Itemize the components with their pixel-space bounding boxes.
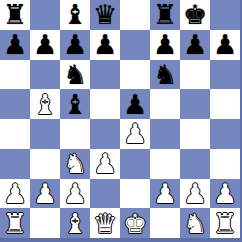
square-c4[interactable] bbox=[60, 119, 90, 149]
square-f8[interactable]: ♜ bbox=[150, 0, 180, 30]
black-pawn[interactable]: ♟ bbox=[183, 31, 207, 58]
square-f2[interactable]: ♟ bbox=[150, 179, 180, 209]
square-g3[interactable] bbox=[180, 149, 210, 179]
black-pawn[interactable]: ♟ bbox=[3, 31, 27, 58]
square-d7[interactable]: ♟ bbox=[90, 30, 120, 60]
square-d3[interactable]: ♟ bbox=[90, 149, 120, 179]
square-h5[interactable] bbox=[210, 89, 240, 119]
square-h4[interactable] bbox=[210, 119, 240, 149]
square-a3[interactable] bbox=[0, 149, 30, 179]
white-rook[interactable]: ♜ bbox=[213, 210, 237, 237]
square-a8[interactable]: ♜ bbox=[0, 0, 30, 30]
square-d6[interactable] bbox=[90, 60, 120, 90]
square-g4[interactable] bbox=[180, 119, 210, 149]
square-e5[interactable]: ♟ bbox=[120, 89, 150, 119]
square-e1[interactable]: ♚ bbox=[120, 208, 150, 238]
square-d5[interactable] bbox=[90, 89, 120, 119]
square-b3[interactable] bbox=[30, 149, 60, 179]
square-e8[interactable] bbox=[120, 0, 150, 30]
square-d2[interactable] bbox=[90, 179, 120, 209]
square-d4[interactable] bbox=[90, 119, 120, 149]
white-pawn[interactable]: ♟ bbox=[183, 180, 207, 207]
square-e6[interactable] bbox=[120, 60, 150, 90]
square-g2[interactable]: ♟ bbox=[180, 179, 210, 209]
white-pawn[interactable]: ♟ bbox=[93, 150, 117, 177]
square-c5[interactable]: ♝ bbox=[60, 89, 90, 119]
square-h2[interactable]: ♟ bbox=[210, 179, 240, 209]
square-e7[interactable] bbox=[120, 30, 150, 60]
square-e2[interactable] bbox=[120, 179, 150, 209]
square-f5[interactable] bbox=[150, 89, 180, 119]
square-c8[interactable]: ♝ bbox=[60, 0, 90, 30]
square-a6[interactable] bbox=[0, 60, 30, 90]
square-f7[interactable]: ♟ bbox=[150, 30, 180, 60]
white-king[interactable]: ♚ bbox=[123, 210, 147, 237]
square-h1[interactable]: ♜ bbox=[210, 208, 240, 238]
square-d8[interactable]: ♛ bbox=[90, 0, 120, 30]
square-f3[interactable] bbox=[150, 149, 180, 179]
square-b6[interactable] bbox=[30, 60, 60, 90]
black-bishop[interactable]: ♝ bbox=[63, 91, 87, 118]
white-pawn[interactable]: ♟ bbox=[123, 120, 147, 147]
square-g5[interactable] bbox=[180, 89, 210, 119]
white-pawn[interactable]: ♟ bbox=[213, 180, 237, 207]
black-pawn[interactable]: ♟ bbox=[213, 31, 237, 58]
black-rook[interactable]: ♜ bbox=[153, 1, 177, 28]
black-king[interactable]: ♚ bbox=[183, 1, 207, 28]
square-c2[interactable]: ♟ bbox=[60, 179, 90, 209]
white-knight[interactable]: ♞ bbox=[63, 150, 87, 177]
square-b8[interactable] bbox=[30, 0, 60, 30]
square-a2[interactable]: ♟ bbox=[0, 179, 30, 209]
square-g1[interactable]: ♞ bbox=[180, 208, 210, 238]
black-knight[interactable]: ♞ bbox=[153, 61, 177, 88]
square-h7[interactable]: ♟ bbox=[210, 30, 240, 60]
black-pawn[interactable]: ♟ bbox=[33, 31, 57, 58]
square-g7[interactable]: ♟ bbox=[180, 30, 210, 60]
white-knight[interactable]: ♞ bbox=[183, 210, 207, 237]
square-c6[interactable]: ♞ bbox=[60, 60, 90, 90]
white-rook[interactable]: ♜ bbox=[3, 210, 27, 237]
square-c7[interactable]: ♟ bbox=[60, 30, 90, 60]
white-pawn[interactable]: ♟ bbox=[153, 180, 177, 207]
black-queen[interactable]: ♛ bbox=[93, 1, 117, 28]
white-queen[interactable]: ♛ bbox=[93, 210, 117, 237]
square-c3[interactable]: ♞ bbox=[60, 149, 90, 179]
square-g8[interactable]: ♚ bbox=[180, 0, 210, 30]
square-h8[interactable] bbox=[210, 0, 240, 30]
white-bishop[interactable]: ♝ bbox=[63, 210, 87, 237]
chess-board-frame: ♜♝♛♜♚♟♟♟♟♟♟♟♞♞♝♝♟♟♞♟♟♟♟♟♟♟♜♝♛♚♞♜ bbox=[0, 0, 242, 242]
square-b5[interactable]: ♝ bbox=[30, 89, 60, 119]
square-f4[interactable] bbox=[150, 119, 180, 149]
chess-board: ♜♝♛♜♚♟♟♟♟♟♟♟♞♞♝♝♟♟♞♟♟♟♟♟♟♟♜♝♛♚♞♜ bbox=[0, 0, 240, 238]
square-f6[interactable]: ♞ bbox=[150, 60, 180, 90]
square-a7[interactable]: ♟ bbox=[0, 30, 30, 60]
square-b4[interactable] bbox=[30, 119, 60, 149]
square-d1[interactable]: ♛ bbox=[90, 208, 120, 238]
square-a4[interactable] bbox=[0, 119, 30, 149]
black-rook[interactable]: ♜ bbox=[3, 1, 27, 28]
square-f1[interactable] bbox=[150, 208, 180, 238]
square-h6[interactable] bbox=[210, 60, 240, 90]
black-pawn[interactable]: ♟ bbox=[63, 31, 87, 58]
white-bishop[interactable]: ♝ bbox=[33, 91, 57, 118]
square-c1[interactable]: ♝ bbox=[60, 208, 90, 238]
square-b1[interactable] bbox=[30, 208, 60, 238]
square-a5[interactable] bbox=[0, 89, 30, 119]
white-pawn[interactable]: ♟ bbox=[3, 180, 27, 207]
black-bishop[interactable]: ♝ bbox=[63, 1, 87, 28]
black-pawn[interactable]: ♟ bbox=[123, 91, 147, 118]
black-knight[interactable]: ♞ bbox=[63, 61, 87, 88]
black-pawn[interactable]: ♟ bbox=[93, 31, 117, 58]
square-g6[interactable] bbox=[180, 60, 210, 90]
black-pawn[interactable]: ♟ bbox=[153, 31, 177, 58]
white-pawn[interactable]: ♟ bbox=[33, 180, 57, 207]
square-b7[interactable]: ♟ bbox=[30, 30, 60, 60]
square-b2[interactable]: ♟ bbox=[30, 179, 60, 209]
square-e3[interactable] bbox=[120, 149, 150, 179]
square-a1[interactable]: ♜ bbox=[0, 208, 30, 238]
white-pawn[interactable]: ♟ bbox=[63, 180, 87, 207]
square-h3[interactable] bbox=[210, 149, 240, 179]
square-e4[interactable]: ♟ bbox=[120, 119, 150, 149]
